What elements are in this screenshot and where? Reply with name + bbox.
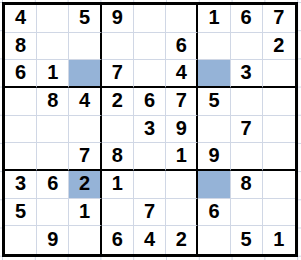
cell-r1c8[interactable]: 6 xyxy=(231,5,263,33)
cell-r7c4[interactable]: 1 xyxy=(102,171,134,199)
cell-r6c4[interactable]: 8 xyxy=(102,143,134,171)
cell-r8c4[interactable] xyxy=(102,199,134,227)
cell-r6c9[interactable] xyxy=(263,143,295,171)
cell-r4c5[interactable]: 6 xyxy=(134,88,166,116)
cell-r4c7[interactable]: 5 xyxy=(198,88,230,116)
cell-r1c4[interactable]: 9 xyxy=(102,5,134,33)
cell-r7c1[interactable]: 3 xyxy=(5,171,37,199)
cell-r3c1[interactable]: 6 xyxy=(5,60,37,88)
cell-r7c7[interactable] xyxy=(198,171,230,199)
cell-r1c1[interactable]: 4 xyxy=(5,5,37,33)
cell-r8c2[interactable] xyxy=(37,199,69,227)
cell-r8c5[interactable]: 7 xyxy=(134,199,166,227)
cell-r3c2[interactable]: 1 xyxy=(37,60,69,88)
spreadsheet-background: 4591678626174384267539778193621851769642… xyxy=(0,0,301,260)
cell-r7c2[interactable]: 6 xyxy=(37,171,69,199)
cell-r3c3[interactable] xyxy=(69,60,101,88)
cell-r9c8[interactable]: 5 xyxy=(231,226,263,254)
cell-r2c2[interactable] xyxy=(37,33,69,61)
cell-r8c1[interactable]: 5 xyxy=(5,199,37,227)
cell-r3c9[interactable] xyxy=(263,60,295,88)
cell-r5c9[interactable] xyxy=(263,116,295,144)
cell-r3c8[interactable]: 3 xyxy=(231,60,263,88)
cell-r3c6[interactable]: 4 xyxy=(166,60,198,88)
cell-r1c5[interactable] xyxy=(134,5,166,33)
cell-r5c8[interactable]: 7 xyxy=(231,116,263,144)
cell-r6c8[interactable] xyxy=(231,143,263,171)
cell-r5c5[interactable]: 3 xyxy=(134,116,166,144)
cell-r7c5[interactable] xyxy=(134,171,166,199)
cell-r9c9[interactable]: 1 xyxy=(263,226,295,254)
cell-r9c3[interactable] xyxy=(69,226,101,254)
cell-r5c1[interactable] xyxy=(5,116,37,144)
cell-r7c3[interactable]: 2 xyxy=(69,171,101,199)
cell-r5c4[interactable] xyxy=(102,116,134,144)
cell-r2c1[interactable]: 8 xyxy=(5,33,37,61)
cell-r6c2[interactable] xyxy=(37,143,69,171)
cell-r2c3[interactable] xyxy=(69,33,101,61)
cell-r2c8[interactable] xyxy=(231,33,263,61)
cell-r6c7[interactable]: 9 xyxy=(198,143,230,171)
cell-r7c6[interactable] xyxy=(166,171,198,199)
cell-r4c9[interactable] xyxy=(263,88,295,116)
cell-r1c6[interactable] xyxy=(166,5,198,33)
cell-r5c7[interactable] xyxy=(198,116,230,144)
cell-r4c8[interactable] xyxy=(231,88,263,116)
cell-r9c2[interactable]: 9 xyxy=(37,226,69,254)
cell-r4c6[interactable]: 7 xyxy=(166,88,198,116)
cell-r7c9[interactable] xyxy=(263,171,295,199)
cell-r6c1[interactable] xyxy=(5,143,37,171)
cell-r7c8[interactable]: 8 xyxy=(231,171,263,199)
cell-r9c6[interactable]: 2 xyxy=(166,226,198,254)
cell-r6c5[interactable] xyxy=(134,143,166,171)
cell-r4c3[interactable]: 4 xyxy=(69,88,101,116)
cell-r9c7[interactable] xyxy=(198,226,230,254)
cell-r2c4[interactable] xyxy=(102,33,134,61)
cell-r8c7[interactable]: 6 xyxy=(198,199,230,227)
cell-r6c6[interactable]: 1 xyxy=(166,143,198,171)
cell-r4c2[interactable]: 8 xyxy=(37,88,69,116)
cell-r1c7[interactable]: 1 xyxy=(198,5,230,33)
cell-r2c7[interactable] xyxy=(198,33,230,61)
cell-r1c9[interactable]: 7 xyxy=(263,5,295,33)
cell-r8c6[interactable] xyxy=(166,199,198,227)
cell-r2c5[interactable] xyxy=(134,33,166,61)
cell-r4c1[interactable] xyxy=(5,88,37,116)
cell-r3c5[interactable] xyxy=(134,60,166,88)
cell-r4c4[interactable]: 2 xyxy=(102,88,134,116)
cell-r8c8[interactable] xyxy=(231,199,263,227)
cell-r5c6[interactable]: 9 xyxy=(166,116,198,144)
cell-r5c3[interactable] xyxy=(69,116,101,144)
cell-r3c4[interactable]: 7 xyxy=(102,60,134,88)
cell-r3c7[interactable] xyxy=(198,60,230,88)
cell-r9c5[interactable]: 4 xyxy=(134,226,166,254)
cell-r2c9[interactable]: 2 xyxy=(263,33,295,61)
cell-r5c2[interactable] xyxy=(37,116,69,144)
cell-r8c3[interactable]: 1 xyxy=(69,199,101,227)
cell-r6c3[interactable]: 7 xyxy=(69,143,101,171)
sudoku-board: 4591678626174384267539778193621851769642… xyxy=(2,2,298,257)
cell-r9c4[interactable]: 6 xyxy=(102,226,134,254)
cell-r2c6[interactable]: 6 xyxy=(166,33,198,61)
cell-r9c1[interactable] xyxy=(5,226,37,254)
cell-r1c3[interactable]: 5 xyxy=(69,5,101,33)
cell-r1c2[interactable] xyxy=(37,5,69,33)
cell-r8c9[interactable] xyxy=(263,199,295,227)
